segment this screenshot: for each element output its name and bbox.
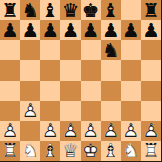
square-b6[interactable] (20, 40, 40, 60)
white-pawn-piece[interactable]: ♟♙ (40, 121, 60, 141)
square-h3[interactable] (141, 101, 161, 121)
black-rook-outline-layer: ♜ (141, 0, 161, 20)
white-pawn-piece[interactable]: ♟♙ (60, 121, 80, 141)
white-rook-piece[interactable]: ♜♖ (141, 141, 161, 161)
black-knight-piece[interactable]: ♞♞ (20, 0, 40, 20)
white-bishop-piece[interactable]: ♝♗ (101, 141, 121, 161)
square-g1[interactable]: ♞♘ (121, 141, 141, 161)
square-h4[interactable] (141, 81, 161, 101)
black-bishop-outline-layer: ♝ (40, 0, 60, 20)
white-pawn-piece[interactable]: ♟♙ (141, 121, 161, 141)
square-g3[interactable] (121, 101, 141, 121)
white-pawn-outline-layer: ♙ (141, 121, 161, 141)
square-b8[interactable]: ♞♞ (20, 0, 40, 20)
white-king-piece[interactable]: ♚♔ (81, 141, 101, 161)
square-f2[interactable]: ♟♙ (101, 121, 121, 141)
black-queen-piece[interactable]: ♛♛ (60, 0, 80, 20)
white-pawn-outline-layer: ♙ (121, 121, 141, 141)
square-c7[interactable]: ♟♟ (40, 20, 60, 40)
black-pawn-outline-layer: ♟ (60, 20, 80, 40)
square-b3[interactable]: ♟♙ (20, 101, 40, 121)
white-pawn-piece[interactable]: ♟♙ (0, 121, 20, 141)
white-knight-piece[interactable]: ♞♘ (20, 141, 40, 161)
black-rook-piece[interactable]: ♜♜ (0, 0, 20, 20)
black-knight-outline-layer: ♞ (101, 40, 121, 60)
black-pawn-piece[interactable]: ♟♟ (81, 20, 101, 40)
square-d6[interactable] (60, 40, 80, 60)
black-pawn-piece[interactable]: ♟♟ (40, 20, 60, 40)
white-bishop-piece[interactable]: ♝♗ (40, 141, 60, 161)
white-pawn-piece[interactable]: ♟♙ (121, 121, 141, 141)
square-f6[interactable]: ♞♞ (101, 40, 121, 60)
square-h5[interactable] (141, 60, 161, 80)
black-pawn-outline-layer: ♟ (121, 20, 141, 40)
white-queen-outline-layer: ♕ (60, 141, 80, 161)
square-d4[interactable] (60, 81, 80, 101)
square-f1[interactable]: ♝♗ (101, 141, 121, 161)
square-a3[interactable] (0, 101, 20, 121)
white-rook-outline-layer: ♖ (0, 141, 20, 161)
square-f7[interactable]: ♟♟ (101, 20, 121, 40)
square-a8[interactable]: ♜♜ (0, 0, 20, 20)
black-pawn-piece[interactable]: ♟♟ (101, 20, 121, 40)
chess-board: ♜♜♞♞♝♝♛♛♚♚♝♝♜♜♟♟♟♟♟♟♟♟♟♟♟♟♟♟♟♟♞♞♟♙♟♙♟♙♟♙… (0, 0, 162, 162)
square-g8[interactable] (121, 0, 141, 20)
black-pawn-outline-layer: ♟ (141, 20, 161, 40)
square-e7[interactable]: ♟♟ (81, 20, 101, 40)
square-d8[interactable]: ♛♛ (60, 0, 80, 20)
square-g7[interactable]: ♟♟ (121, 20, 141, 40)
square-f5[interactable] (101, 60, 121, 80)
square-e3[interactable] (81, 101, 101, 121)
square-g5[interactable] (121, 60, 141, 80)
square-b2[interactable] (20, 121, 40, 141)
black-queen-outline-layer: ♛ (60, 0, 80, 20)
square-b7[interactable]: ♟♟ (20, 20, 40, 40)
square-a1[interactable]: ♜♖ (0, 141, 20, 161)
square-g4[interactable] (121, 81, 141, 101)
square-g2[interactable]: ♟♙ (121, 121, 141, 141)
white-knight-outline-layer: ♘ (121, 141, 141, 161)
black-rook-outline-layer: ♜ (0, 0, 20, 20)
square-b1[interactable]: ♞♘ (20, 141, 40, 161)
square-e4[interactable] (81, 81, 101, 101)
square-g6[interactable] (121, 40, 141, 60)
white-rook-piece[interactable]: ♜♖ (0, 141, 20, 161)
square-h8[interactable]: ♜♜ (141, 0, 161, 20)
black-rook-piece[interactable]: ♜♜ (141, 0, 161, 20)
white-knight-piece[interactable]: ♞♘ (121, 141, 141, 161)
square-d7[interactable]: ♟♟ (60, 20, 80, 40)
square-c8[interactable]: ♝♝ (40, 0, 60, 20)
square-h7[interactable]: ♟♟ (141, 20, 161, 40)
black-bishop-outline-layer: ♝ (101, 0, 121, 20)
square-h1[interactable]: ♜♖ (141, 141, 161, 161)
square-a2[interactable]: ♟♙ (0, 121, 20, 141)
white-queen-piece[interactable]: ♛♕ (60, 141, 80, 161)
black-bishop-piece[interactable]: ♝♝ (40, 0, 60, 20)
square-h6[interactable] (141, 40, 161, 60)
square-f3[interactable] (101, 101, 121, 121)
black-pawn-outline-layer: ♟ (101, 20, 121, 40)
square-c6[interactable] (40, 40, 60, 60)
square-f4[interactable] (101, 81, 121, 101)
square-e2[interactable]: ♟♙ (81, 121, 101, 141)
black-pawn-piece[interactable]: ♟♟ (20, 20, 40, 40)
white-bishop-outline-layer: ♗ (40, 141, 60, 161)
white-pawn-outline-layer: ♙ (101, 121, 121, 141)
square-e1[interactable]: ♚♔ (81, 141, 101, 161)
black-pawn-piece[interactable]: ♟♟ (0, 20, 20, 40)
square-a6[interactable] (0, 40, 20, 60)
square-b4[interactable] (20, 81, 40, 101)
black-pawn-piece[interactable]: ♟♟ (141, 20, 161, 40)
square-d3[interactable] (60, 101, 80, 121)
white-pawn-outline-layer: ♙ (40, 121, 60, 141)
square-a4[interactable] (0, 81, 20, 101)
black-pawn-piece[interactable]: ♟♟ (121, 20, 141, 40)
square-a5[interactable] (0, 60, 20, 80)
black-king-outline-layer: ♚ (81, 0, 101, 20)
square-e6[interactable] (81, 40, 101, 60)
black-pawn-outline-layer: ♟ (0, 20, 20, 40)
square-c5[interactable] (40, 60, 60, 80)
black-bishop-piece[interactable]: ♝♝ (101, 0, 121, 20)
white-pawn-outline-layer: ♙ (0, 121, 20, 141)
square-h2[interactable]: ♟♙ (141, 121, 161, 141)
square-b5[interactable] (20, 60, 40, 80)
white-bishop-outline-layer: ♗ (101, 141, 121, 161)
white-pawn-piece[interactable]: ♟♙ (20, 101, 40, 121)
white-knight-outline-layer: ♘ (20, 141, 40, 161)
square-d5[interactable] (60, 60, 80, 80)
white-rook-outline-layer: ♖ (141, 141, 161, 161)
black-king-piece[interactable]: ♚♚ (81, 0, 101, 20)
square-c1[interactable]: ♝♗ (40, 141, 60, 161)
square-c3[interactable] (40, 101, 60, 121)
square-e8[interactable]: ♚♚ (81, 0, 101, 20)
white-pawn-piece[interactable]: ♟♙ (101, 121, 121, 141)
white-king-outline-layer: ♔ (81, 141, 101, 161)
square-c2[interactable]: ♟♙ (40, 121, 60, 141)
square-c4[interactable] (40, 81, 60, 101)
square-a7[interactable]: ♟♟ (0, 20, 20, 40)
black-knight-piece[interactable]: ♞♞ (101, 40, 121, 60)
black-knight-outline-layer: ♞ (20, 0, 40, 20)
square-d1[interactable]: ♛♕ (60, 141, 80, 161)
black-pawn-outline-layer: ♟ (81, 20, 101, 40)
square-f8[interactable]: ♝♝ (101, 0, 121, 20)
black-pawn-outline-layer: ♟ (40, 20, 60, 40)
white-pawn-piece[interactable]: ♟♙ (81, 121, 101, 141)
white-pawn-outline-layer: ♙ (81, 121, 101, 141)
black-pawn-piece[interactable]: ♟♟ (60, 20, 80, 40)
white-pawn-outline-layer: ♙ (20, 101, 40, 121)
black-pawn-outline-layer: ♟ (20, 20, 40, 40)
white-pawn-outline-layer: ♙ (60, 121, 80, 141)
square-e5[interactable] (81, 60, 101, 80)
square-d2[interactable]: ♟♙ (60, 121, 80, 141)
